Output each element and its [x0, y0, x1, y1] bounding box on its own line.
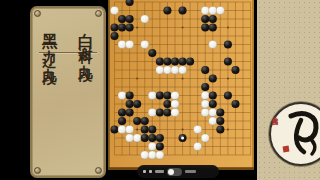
- white-stone: [148, 108, 156, 116]
- menu-dots-icon[interactable]: [149, 170, 152, 173]
- white-stone: [194, 142, 202, 150]
- black-stone: [201, 83, 209, 91]
- black-stone: [231, 100, 239, 108]
- rivet-icon: [95, 10, 102, 17]
- black-stone: [216, 117, 224, 125]
- black-player-name: 一力辽: [42, 36, 58, 45]
- right-panel: 小九围棋: [257, 0, 320, 180]
- rivet-icon: [34, 10, 41, 17]
- black-stone: [110, 23, 118, 31]
- black-stone: [224, 40, 232, 48]
- white-stone: [178, 66, 186, 74]
- black-stone: [118, 23, 126, 31]
- white-label: 白: [77, 20, 96, 22]
- black-stone: [110, 32, 118, 40]
- black-stone: [118, 108, 126, 116]
- white-stone: [148, 91, 156, 99]
- video-frame: 白谢科九段 黑一力辽九段 小九围棋: [0, 0, 320, 180]
- black-stone: [141, 117, 149, 125]
- white-player-name: 谢科: [78, 36, 94, 42]
- black-stone: [148, 134, 156, 142]
- white-stone: [141, 15, 149, 23]
- menu-dots-icon[interactable]: [143, 170, 146, 173]
- black-stone: [126, 15, 134, 23]
- black-stone: [201, 15, 209, 23]
- black-stone: [209, 100, 217, 108]
- white-stone: [110, 6, 118, 14]
- black-stone: [224, 91, 232, 99]
- black-stone: [110, 125, 118, 133]
- black-stone: [224, 57, 232, 65]
- player-controls[interactable]: [137, 165, 219, 178]
- white-stone: [118, 91, 126, 99]
- rivet-icon: [95, 167, 102, 174]
- black-stone: [148, 49, 156, 57]
- toggle-knob: [168, 169, 174, 175]
- white-stone: [201, 6, 209, 14]
- white-stone: [156, 151, 164, 159]
- black-label: 黑: [41, 20, 60, 22]
- white-stone: [148, 151, 156, 159]
- black-stone: [126, 108, 134, 116]
- seal-text: 小九围棋: [272, 111, 278, 115]
- white-stone: [216, 6, 224, 14]
- white-player-column: 白谢科九段: [78, 20, 94, 60]
- white-stone: [148, 142, 156, 150]
- white-stone: [201, 100, 209, 108]
- black-stone: [133, 117, 141, 125]
- black-stone: [163, 6, 171, 14]
- black-stone: [163, 108, 171, 116]
- rivet-icon: [34, 167, 41, 174]
- white-stone: [171, 66, 179, 74]
- black-stone: [156, 57, 164, 65]
- black-stone: [126, 0, 134, 6]
- black-stone: [163, 91, 171, 99]
- black-stone: [141, 134, 149, 142]
- black-stone: [148, 125, 156, 133]
- white-stone: [126, 134, 134, 142]
- black-stone: [201, 23, 209, 31]
- black-stone: [209, 15, 217, 23]
- black-stone: [216, 108, 224, 116]
- black-stone: [156, 108, 164, 116]
- white-stone: [209, 108, 217, 116]
- black-player-column: 黑一力辽九段: [42, 20, 58, 63]
- white-stone: [209, 117, 217, 125]
- black-stone: [126, 23, 134, 31]
- black-stone: [209, 91, 217, 99]
- go-board: [108, 0, 254, 170]
- black-stone: [209, 74, 217, 82]
- black-stone: [186, 57, 194, 65]
- black-stone: [118, 117, 126, 125]
- white-stone: [141, 151, 149, 159]
- black-stone: [126, 91, 134, 99]
- black-stone: [156, 142, 164, 150]
- white-stone: [118, 125, 126, 133]
- white-stone: [194, 125, 202, 133]
- black-stone: [231, 66, 239, 74]
- go-board-grid: [108, 0, 254, 170]
- white-stone: [133, 134, 141, 142]
- black-stone: [133, 100, 141, 108]
- white-stone: [209, 40, 217, 48]
- white-stone: [201, 108, 209, 116]
- black-player-rank: 九段: [42, 57, 58, 63]
- white-stone: [171, 108, 179, 116]
- channel-seal-logo: 小九围棋: [269, 102, 320, 166]
- time-dash-icon: [185, 170, 196, 173]
- black-stone: [118, 15, 126, 23]
- black-stone: [178, 57, 186, 65]
- black-stone: [209, 23, 217, 31]
- black-stone: [178, 6, 186, 14]
- black-stone: [163, 57, 171, 65]
- white-stone: [163, 66, 171, 74]
- black-stone: [171, 57, 179, 65]
- white-player-rank: 九段: [78, 54, 94, 60]
- black-stone: [201, 66, 209, 74]
- speed-dash-icon: [155, 170, 164, 173]
- white-stone: [118, 40, 126, 48]
- white-stone: [156, 66, 164, 74]
- white-stone: [209, 6, 217, 14]
- white-stone: [126, 125, 134, 133]
- toggle-switch-icon[interactable]: [167, 168, 182, 176]
- white-stone: [171, 91, 179, 99]
- black-stone: [156, 134, 164, 142]
- white-stone: [201, 134, 209, 142]
- black-stone: [141, 125, 149, 133]
- white-stone: [171, 100, 179, 108]
- black-stone: [156, 91, 164, 99]
- white-stone: [141, 40, 149, 48]
- black-stone: [216, 125, 224, 133]
- player-scoreboard: 白谢科九段 黑一力辽九段: [30, 6, 106, 178]
- white-stone: [126, 40, 134, 48]
- black-stone: [163, 100, 171, 108]
- black-stone: [126, 100, 134, 108]
- last-move-marker: [181, 137, 184, 140]
- white-stone: [201, 91, 209, 99]
